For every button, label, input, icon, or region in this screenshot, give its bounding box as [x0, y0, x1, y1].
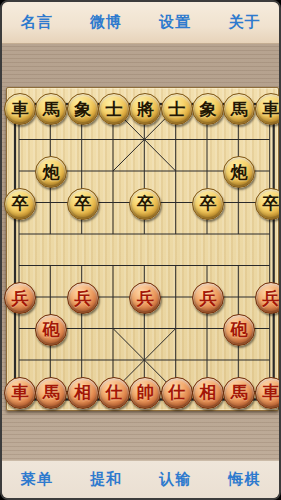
- bottom-menu-bar: 菜单 提和 认输 悔棋: [2, 460, 279, 498]
- xiangqi-board[interactable]: 車馬象士將士象馬車炮炮卒卒卒卒卒兵兵兵兵兵砲砲車馬相仕帥仕相馬車: [6, 87, 279, 411]
- piece-black-chariot[interactable]: 車: [4, 93, 36, 125]
- piece-red-soldier[interactable]: 兵: [192, 282, 224, 314]
- piece-red-cannon[interactable]: 砲: [223, 314, 255, 346]
- menu-weibo-button[interactable]: 微博: [71, 13, 140, 32]
- piece-black-chariot[interactable]: 車: [255, 93, 281, 125]
- piece-red-advisor[interactable]: 仕: [98, 377, 130, 409]
- piece-black-soldier[interactable]: 卒: [67, 188, 99, 220]
- menu-quotes-button[interactable]: 名言: [2, 13, 71, 32]
- piece-black-horse[interactable]: 馬: [223, 93, 255, 125]
- xiangqi-app-window: 名言 微博 设置 关于: [0, 0, 281, 500]
- piece-black-elephant[interactable]: 象: [67, 93, 99, 125]
- piece-red-soldier[interactable]: 兵: [255, 282, 281, 314]
- piece-black-cannon[interactable]: 炮: [35, 156, 67, 188]
- undo-move-button[interactable]: 悔棋: [210, 470, 279, 489]
- piece-black-soldier[interactable]: 卒: [129, 188, 161, 220]
- piece-red-elephant[interactable]: 相: [67, 377, 99, 409]
- piece-red-chariot[interactable]: 車: [4, 377, 36, 409]
- piece-red-elephant[interactable]: 相: [192, 377, 224, 409]
- piece-black-soldier[interactable]: 卒: [255, 188, 281, 220]
- top-menu-bar: 名言 微博 设置 关于: [2, 2, 279, 44]
- menu-settings-button[interactable]: 设置: [141, 13, 210, 32]
- piece-red-horse[interactable]: 馬: [35, 377, 67, 409]
- piece-black-horse[interactable]: 馬: [35, 93, 67, 125]
- piece-black-general[interactable]: 將: [129, 93, 161, 125]
- piece-red-soldier[interactable]: 兵: [67, 282, 99, 314]
- piece-red-soldier[interactable]: 兵: [129, 282, 161, 314]
- menu-main-button[interactable]: 菜单: [2, 470, 71, 489]
- piece-black-advisor[interactable]: 士: [161, 93, 193, 125]
- piece-red-cannon[interactable]: 砲: [35, 314, 67, 346]
- pieces-layer: 車馬象士將士象馬車炮炮卒卒卒卒卒兵兵兵兵兵砲砲車馬相仕帥仕相馬車: [7, 88, 278, 410]
- piece-black-cannon[interactable]: 炮: [223, 156, 255, 188]
- offer-draw-button[interactable]: 提和: [71, 470, 140, 489]
- piece-black-elephant[interactable]: 象: [192, 93, 224, 125]
- piece-red-soldier[interactable]: 兵: [4, 282, 36, 314]
- piece-red-advisor[interactable]: 仕: [161, 377, 193, 409]
- piece-black-soldier[interactable]: 卒: [4, 188, 36, 220]
- piece-red-king[interactable]: 帥: [129, 377, 161, 409]
- menu-about-button[interactable]: 关于: [210, 13, 279, 32]
- piece-black-soldier[interactable]: 卒: [192, 188, 224, 220]
- piece-red-horse[interactable]: 馬: [223, 377, 255, 409]
- piece-red-chariot[interactable]: 車: [255, 377, 281, 409]
- piece-black-advisor[interactable]: 士: [98, 93, 130, 125]
- resign-button[interactable]: 认输: [141, 470, 210, 489]
